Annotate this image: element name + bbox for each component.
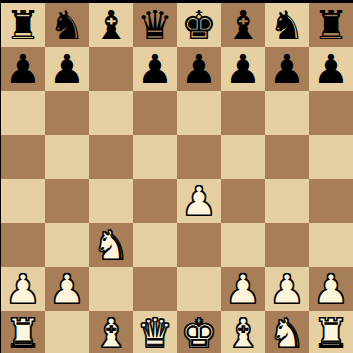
white-pawn[interactable]: ♟ (5, 267, 41, 311)
square-d6[interactable] (133, 91, 177, 135)
black-pawn[interactable]: ♟ (269, 47, 305, 91)
square-a1[interactable]: ♜ (1, 311, 45, 353)
black-pawn[interactable]: ♟ (5, 47, 41, 91)
black-pawn[interactable]: ♟ (181, 47, 217, 91)
square-d5[interactable] (133, 135, 177, 179)
chess-board: ♜♞♝♛♚♝♞♜♟♟♟♟♟♟♟♟♞♟♟♟♟♟♜♝♛♚♝♞♜ (1, 3, 353, 353)
square-e8[interactable]: ♚ (177, 3, 221, 47)
square-h2[interactable]: ♟ (309, 267, 353, 311)
black-knight[interactable]: ♞ (269, 3, 305, 47)
square-e1[interactable]: ♚ (177, 311, 221, 353)
black-rook[interactable]: ♜ (5, 3, 41, 47)
square-f3[interactable] (221, 223, 265, 267)
square-c5[interactable] (89, 135, 133, 179)
square-e2[interactable] (177, 267, 221, 311)
square-g1[interactable]: ♞ (265, 311, 309, 353)
square-d1[interactable]: ♛ (133, 311, 177, 353)
white-pawn[interactable]: ♟ (313, 267, 349, 311)
square-c1[interactable]: ♝ (89, 311, 133, 353)
square-b2[interactable]: ♟ (45, 267, 89, 311)
square-c2[interactable] (89, 267, 133, 311)
square-b3[interactable] (45, 223, 89, 267)
square-d2[interactable] (133, 267, 177, 311)
square-b7[interactable]: ♟ (45, 47, 89, 91)
square-c6[interactable] (89, 91, 133, 135)
white-pawn[interactable]: ♟ (49, 267, 85, 311)
square-g4[interactable] (265, 179, 309, 223)
square-b8[interactable]: ♞ (45, 3, 89, 47)
white-pawn[interactable]: ♟ (181, 179, 217, 223)
square-b6[interactable] (45, 91, 89, 135)
square-g6[interactable] (265, 91, 309, 135)
black-pawn[interactable]: ♟ (137, 47, 173, 91)
square-g7[interactable]: ♟ (265, 47, 309, 91)
white-queen[interactable]: ♛ (137, 311, 173, 353)
square-b5[interactable] (45, 135, 89, 179)
square-f6[interactable] (221, 91, 265, 135)
square-e6[interactable] (177, 91, 221, 135)
square-h6[interactable] (309, 91, 353, 135)
square-f5[interactable] (221, 135, 265, 179)
black-pawn[interactable]: ♟ (313, 47, 349, 91)
square-h4[interactable] (309, 179, 353, 223)
square-g2[interactable]: ♟ (265, 267, 309, 311)
square-f1[interactable]: ♝ (221, 311, 265, 353)
square-h5[interactable] (309, 135, 353, 179)
white-bishop[interactable]: ♝ (225, 311, 261, 353)
white-pawn[interactable]: ♟ (225, 267, 261, 311)
square-g3[interactable] (265, 223, 309, 267)
white-bishop[interactable]: ♝ (93, 311, 129, 353)
square-g8[interactable]: ♞ (265, 3, 309, 47)
square-g5[interactable] (265, 135, 309, 179)
black-pawn[interactable]: ♟ (225, 47, 261, 91)
square-a5[interactable] (1, 135, 45, 179)
white-rook[interactable]: ♜ (5, 311, 41, 353)
square-d7[interactable]: ♟ (133, 47, 177, 91)
white-knight[interactable]: ♞ (269, 311, 305, 353)
square-a6[interactable] (1, 91, 45, 135)
square-c3[interactable]: ♞ (89, 223, 133, 267)
black-bishop[interactable]: ♝ (225, 3, 261, 47)
black-pawn[interactable]: ♟ (49, 47, 85, 91)
square-f7[interactable]: ♟ (221, 47, 265, 91)
square-e4[interactable]: ♟ (177, 179, 221, 223)
square-e5[interactable] (177, 135, 221, 179)
white-king[interactable]: ♚ (181, 311, 217, 353)
square-a2[interactable]: ♟ (1, 267, 45, 311)
square-h1[interactable]: ♜ (309, 311, 353, 353)
white-knight[interactable]: ♞ (93, 223, 129, 267)
square-b4[interactable] (45, 179, 89, 223)
square-f4[interactable] (221, 179, 265, 223)
black-king[interactable]: ♚ (181, 3, 217, 47)
square-e3[interactable] (177, 223, 221, 267)
square-d8[interactable]: ♛ (133, 3, 177, 47)
square-c7[interactable] (89, 47, 133, 91)
black-queen[interactable]: ♛ (137, 3, 173, 47)
square-e7[interactable]: ♟ (177, 47, 221, 91)
square-h7[interactable]: ♟ (309, 47, 353, 91)
square-h3[interactable] (309, 223, 353, 267)
black-bishop[interactable]: ♝ (93, 3, 129, 47)
square-a4[interactable] (1, 179, 45, 223)
black-knight[interactable]: ♞ (49, 3, 85, 47)
square-h8[interactable]: ♜ (309, 3, 353, 47)
square-a7[interactable]: ♟ (1, 47, 45, 91)
black-rook[interactable]: ♜ (313, 3, 349, 47)
square-a8[interactable]: ♜ (1, 3, 45, 47)
white-rook[interactable]: ♜ (313, 311, 349, 353)
square-f8[interactable]: ♝ (221, 3, 265, 47)
white-pawn[interactable]: ♟ (269, 267, 305, 311)
square-d4[interactable] (133, 179, 177, 223)
square-f2[interactable]: ♟ (221, 267, 265, 311)
square-c4[interactable] (89, 179, 133, 223)
square-b1[interactable] (45, 311, 89, 353)
square-a3[interactable] (1, 223, 45, 267)
square-c8[interactable]: ♝ (89, 3, 133, 47)
square-d3[interactable] (133, 223, 177, 267)
